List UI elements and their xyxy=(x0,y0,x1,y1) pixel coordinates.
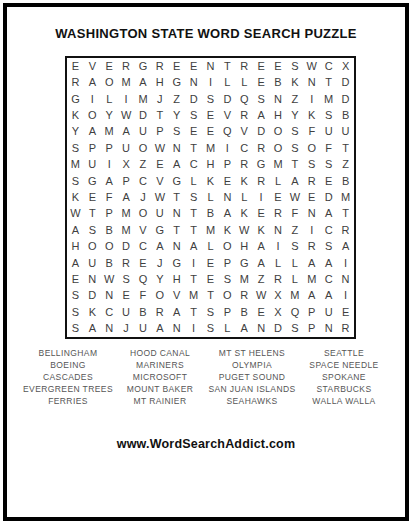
grid-cell[interactable]: E xyxy=(270,58,287,74)
grid-cell[interactable]: Z xyxy=(286,222,303,238)
grid-cell[interactable]: S xyxy=(286,124,303,140)
grid-cell[interactable]: Q xyxy=(135,271,152,287)
grid-cell[interactable]: S xyxy=(168,124,185,140)
grid-cell[interactable]: N xyxy=(337,271,354,287)
grid-cell[interactable]: E xyxy=(185,58,202,74)
grid-cell[interactable]: S xyxy=(202,91,219,107)
grid-cell[interactable]: S xyxy=(286,321,303,337)
grid-cell[interactable]: G xyxy=(168,74,185,90)
grid-cell[interactable]: G xyxy=(151,222,168,238)
grid-cell[interactable]: A xyxy=(168,156,185,172)
grid-cell[interactable]: F xyxy=(303,124,320,140)
grid-cell[interactable]: M xyxy=(337,189,354,205)
grid-cell[interactable]: O xyxy=(219,239,236,255)
grid-cell[interactable]: U xyxy=(118,140,135,156)
grid-cell[interactable]: V xyxy=(151,173,168,189)
grid-cell[interactable]: H xyxy=(202,156,219,172)
grid-cell[interactable]: M xyxy=(118,222,135,238)
grid-cell[interactable]: T xyxy=(185,206,202,222)
grid-cell[interactable]: M xyxy=(67,156,84,172)
grid-cell[interactable]: T xyxy=(337,140,354,156)
grid-cell[interactable]: P xyxy=(151,124,168,140)
grid-cell[interactable]: C xyxy=(185,156,202,172)
grid-cell[interactable]: A xyxy=(303,288,320,304)
grid-cell[interactable]: G xyxy=(168,255,185,271)
grid-cell[interactable]: R xyxy=(236,288,253,304)
grid-cell[interactable]: R xyxy=(303,239,320,255)
grid-cell[interactable]: R xyxy=(253,140,270,156)
grid-cell[interactable]: P xyxy=(101,206,118,222)
grid-cell[interactable]: L xyxy=(219,74,236,90)
grid-cell[interactable]: N xyxy=(185,74,202,90)
grid-cell[interactable]: I xyxy=(84,91,101,107)
grid-cell[interactable]: A xyxy=(168,304,185,320)
grid-cell[interactable]: H xyxy=(270,107,287,123)
grid-cell[interactable]: S xyxy=(286,58,303,74)
grid-cell[interactable]: C xyxy=(320,271,337,287)
word-list: BELLINGHAMBOEINGCASCADESEVERGREEN TREESF… xyxy=(22,347,390,407)
grid-cell[interactable]: D xyxy=(270,321,287,337)
word-list-item: MARINERS xyxy=(114,359,206,371)
grid-cell[interactable]: M xyxy=(101,124,118,140)
grid-cell[interactable]: S xyxy=(185,107,202,123)
grid-cell[interactable]: M xyxy=(270,156,287,172)
grid-cell[interactable]: K xyxy=(253,222,270,238)
grid-cell[interactable]: M xyxy=(118,74,135,90)
grid-cell[interactable]: P xyxy=(84,140,101,156)
grid-cell[interactable]: N xyxy=(219,189,236,205)
grid-cell[interactable]: A xyxy=(84,124,101,140)
grid-cell[interactable]: S xyxy=(320,156,337,172)
grid-cell[interactable]: P xyxy=(219,156,236,172)
grid-cell[interactable]: M xyxy=(135,91,152,107)
grid-cell[interactable]: S xyxy=(202,321,219,337)
grid-cell[interactable]: O xyxy=(135,140,152,156)
grid-cell[interactable]: Z xyxy=(135,156,152,172)
grid-cell[interactable]: G xyxy=(84,173,101,189)
grid-cell[interactable]: U xyxy=(135,124,152,140)
grid-cell[interactable]: P xyxy=(303,304,320,320)
grid-cell[interactable]: J xyxy=(151,91,168,107)
grid-cell[interactable]: N xyxy=(101,288,118,304)
grid-cell[interactable]: O xyxy=(270,124,287,140)
grid-cell[interactable]: X xyxy=(270,288,287,304)
grid-cell[interactable]: R xyxy=(151,304,168,320)
grid-cell[interactable]: F xyxy=(286,206,303,222)
grid-cell[interactable]: K xyxy=(67,107,84,123)
grid-cell[interactable]: H xyxy=(168,271,185,287)
grid-cell[interactable]: Q xyxy=(219,124,236,140)
grid-cell[interactable]: M xyxy=(320,91,337,107)
grid-cell[interactable]: O xyxy=(270,140,287,156)
grid-cell[interactable]: I xyxy=(185,321,202,337)
grid-cell[interactable]: I xyxy=(185,255,202,271)
grid-cell[interactable]: A xyxy=(151,321,168,337)
grid-cell[interactable]: A xyxy=(118,124,135,140)
grid-cell[interactable]: R xyxy=(236,107,253,123)
grid-cell[interactable]: W xyxy=(67,206,84,222)
grid-cell[interactable]: C xyxy=(320,58,337,74)
grid-cell[interactable]: S xyxy=(303,156,320,172)
grid-cell[interactable]: R xyxy=(236,156,253,172)
grid-cell[interactable]: O xyxy=(84,107,101,123)
grid-cell[interactable]: F xyxy=(135,288,152,304)
grid-cell[interactable]: Y xyxy=(286,107,303,123)
grid-cell[interactable]: R xyxy=(118,58,135,74)
grid-cell[interactable]: X xyxy=(118,156,135,172)
grid-cell[interactable]: M xyxy=(286,288,303,304)
grid-cell[interactable]: Q xyxy=(286,304,303,320)
grid-cell[interactable]: T xyxy=(320,74,337,90)
grid-cell[interactable]: B xyxy=(202,206,219,222)
grid-cell[interactable]: E xyxy=(303,189,320,205)
grid-cell[interactable]: K xyxy=(236,206,253,222)
grid-cell[interactable]: W xyxy=(303,58,320,74)
grid-cell[interactable]: Z xyxy=(253,271,270,287)
grid-cell[interactable]: T xyxy=(219,58,236,74)
grid-cell[interactable]: O xyxy=(151,288,168,304)
grid-cell[interactable]: O xyxy=(101,74,118,90)
grid-cell[interactable]: W xyxy=(151,140,168,156)
grid-cell[interactable]: V xyxy=(168,288,185,304)
grid-cell[interactable]: R xyxy=(270,271,287,287)
grid-cell[interactable]: N xyxy=(168,239,185,255)
puzzle-page: WASHINGTON STATE WORD SEARCH PUZZLE EVER… xyxy=(0,0,412,530)
grid-cell[interactable]: E xyxy=(253,74,270,90)
grid-cell[interactable]: V xyxy=(236,124,253,140)
grid-cell[interactable]: I xyxy=(202,74,219,90)
grid-cell[interactable]: P xyxy=(219,304,236,320)
grid-cell[interactable]: N xyxy=(270,91,287,107)
grid-cell[interactable]: Y xyxy=(101,107,118,123)
grid-cell[interactable]: K xyxy=(84,304,101,320)
grid-cell[interactable]: S xyxy=(286,239,303,255)
grid-cell[interactable]: J xyxy=(118,321,135,337)
grid-cell[interactable]: B xyxy=(337,107,354,123)
grid-cell[interactable]: W xyxy=(151,189,168,205)
grid-cell[interactable]: U xyxy=(337,124,354,140)
grid-cell[interactable]: S xyxy=(84,222,101,238)
grid-cell[interactable]: N xyxy=(84,271,101,287)
grid-cell[interactable]: P xyxy=(101,140,118,156)
grid-cell[interactable]: S xyxy=(67,288,84,304)
grid-cell[interactable]: L xyxy=(286,271,303,287)
grid-cell[interactable]: N xyxy=(303,74,320,90)
grid-cell[interactable]: S xyxy=(320,239,337,255)
grid-cell[interactable]: F xyxy=(101,189,118,205)
grid-cell[interactable]: L xyxy=(219,321,236,337)
grid-cell[interactable]: T xyxy=(185,304,202,320)
page-title: WASHINGTON STATE WORD SEARCH PUZZLE xyxy=(0,26,412,41)
grid-cell[interactable]: E xyxy=(168,58,185,74)
grid-cell[interactable]: S xyxy=(67,321,84,337)
word-list-item: SPACE NEEDLE xyxy=(298,359,390,371)
grid-cell[interactable]: T xyxy=(185,222,202,238)
grid-cell[interactable]: N xyxy=(270,222,287,238)
grid-cell[interactable]: S xyxy=(118,271,135,287)
grid-cell[interactable]: T xyxy=(202,288,219,304)
grid-cell[interactable]: T xyxy=(185,140,202,156)
grid-cell[interactable]: G xyxy=(236,255,253,271)
grid-cell[interactable]: K xyxy=(286,74,303,90)
grid-cell[interactable]: N xyxy=(168,321,185,337)
grid-cell[interactable]: S xyxy=(67,304,84,320)
grid-cell[interactable]: L xyxy=(185,173,202,189)
grid-cell[interactable]: D xyxy=(219,91,236,107)
grid-cell[interactable]: A xyxy=(337,239,354,255)
grid-cell[interactable]: U xyxy=(84,255,101,271)
grid-cell[interactable]: W xyxy=(253,288,270,304)
grid-cell[interactable]: F xyxy=(320,140,337,156)
grid-cell[interactable]: L xyxy=(202,189,219,205)
grid-cell[interactable]: C xyxy=(135,239,152,255)
grid-cell[interactable]: H xyxy=(151,74,168,90)
grid-cell[interactable]: W xyxy=(286,189,303,205)
grid-cell[interactable]: V xyxy=(219,107,236,123)
grid-cell[interactable]: A xyxy=(236,321,253,337)
grid-cell[interactable]: A xyxy=(84,321,101,337)
grid-cell[interactable]: S xyxy=(286,140,303,156)
grid-cell[interactable]: M xyxy=(202,222,219,238)
grid-cell[interactable]: Q xyxy=(236,91,253,107)
grid-cell[interactable]: E xyxy=(118,288,135,304)
grid-cell[interactable]: R xyxy=(118,255,135,271)
grid-cell[interactable]: V xyxy=(135,222,152,238)
grid-cell[interactable]: E xyxy=(253,304,270,320)
grid-cell[interactable]: N xyxy=(320,321,337,337)
grid-cell[interactable]: D xyxy=(84,288,101,304)
grid-cell[interactable]: A xyxy=(320,255,337,271)
grid-cell[interactable]: C xyxy=(101,304,118,320)
grid-cell[interactable]: A xyxy=(253,107,270,123)
grid-cell[interactable]: T xyxy=(151,107,168,123)
grid-cell[interactable]: G xyxy=(67,91,84,107)
grid-cell[interactable]: E xyxy=(185,124,202,140)
word-list-column: HOOD CANALMARINERSMICROSOFTMOUNT BAKERMT… xyxy=(114,347,206,407)
grid-cell[interactable]: R xyxy=(253,173,270,189)
grid-cell[interactable]: U xyxy=(151,206,168,222)
grid-cell[interactable]: U xyxy=(84,156,101,172)
grid-cell[interactable]: S xyxy=(320,107,337,123)
word-list-item: SAN JUAN ISLANDS xyxy=(206,383,298,395)
grid-cell[interactable]: T xyxy=(185,271,202,287)
grid-cell[interactable]: I xyxy=(118,91,135,107)
grid-cell[interactable]: D xyxy=(253,124,270,140)
grid-cell[interactable]: S xyxy=(219,271,236,287)
grid-cell[interactable]: D xyxy=(118,239,135,255)
grid-cell[interactable]: W xyxy=(118,107,135,123)
grid-cell[interactable]: R xyxy=(151,58,168,74)
grid-cell[interactable]: Y xyxy=(67,124,84,140)
grid-cell[interactable]: V xyxy=(84,58,101,74)
grid-cell[interactable]: N xyxy=(253,321,270,337)
grid-cell[interactable]: O xyxy=(219,288,236,304)
grid-cell[interactable]: A xyxy=(219,206,236,222)
grid-cell[interactable]: A xyxy=(185,239,202,255)
grid-cell[interactable]: R xyxy=(337,222,354,238)
grid-cell[interactable]: E xyxy=(320,173,337,189)
grid-cell[interactable]: Z xyxy=(168,91,185,107)
grid-cell[interactable]: A xyxy=(101,173,118,189)
grid-cell[interactable]: P xyxy=(303,321,320,337)
grid-cell[interactable]: R xyxy=(337,321,354,337)
grid-cell[interactable]: E xyxy=(101,58,118,74)
grid-cell[interactable]: R xyxy=(270,206,287,222)
grid-cell[interactable]: Y xyxy=(168,107,185,123)
grid-cell[interactable]: N xyxy=(101,321,118,337)
grid-cell[interactable]: H xyxy=(67,239,84,255)
grid-cell[interactable]: E xyxy=(202,271,219,287)
grid-cell[interactable]: U xyxy=(135,321,152,337)
grid-cell[interactable]: Z xyxy=(286,91,303,107)
grid-cell[interactable]: B xyxy=(270,74,287,90)
grid-cell[interactable]: U xyxy=(320,124,337,140)
grid-cell[interactable]: D xyxy=(135,107,152,123)
grid-cell[interactable]: A xyxy=(84,74,101,90)
grid-cell[interactable]: L xyxy=(270,255,287,271)
word-list-item: MT RAINIER xyxy=(114,395,206,407)
grid-cell[interactable]: J xyxy=(135,189,152,205)
grid-cell[interactable]: K xyxy=(219,222,236,238)
grid-cell[interactable]: T xyxy=(168,189,185,205)
grid-cell[interactable]: L xyxy=(202,239,219,255)
grid-cell[interactable]: Z xyxy=(337,156,354,172)
grid-cell[interactable]: N xyxy=(202,58,219,74)
grid-cell[interactable]: S xyxy=(202,304,219,320)
grid-cell[interactable]: E xyxy=(219,173,236,189)
grid-cell[interactable]: L xyxy=(286,255,303,271)
grid-cell[interactable]: E xyxy=(337,304,354,320)
grid-cell[interactable]: B xyxy=(236,304,253,320)
grid-cell[interactable]: K xyxy=(202,173,219,189)
grid-cell[interactable]: G xyxy=(253,156,270,172)
grid-cell[interactable]: D xyxy=(320,189,337,205)
grid-cell[interactable]: A xyxy=(320,206,337,222)
grid-cell[interactable]: G xyxy=(135,58,152,74)
grid-cell[interactable]: T xyxy=(168,222,185,238)
grid-cell[interactable]: S xyxy=(253,91,270,107)
grid-cell[interactable]: L xyxy=(270,173,287,189)
grid-cell[interactable]: Y xyxy=(151,271,168,287)
grid-cell[interactable]: E xyxy=(67,271,84,287)
grid-cell[interactable]: E xyxy=(67,58,84,74)
grid-cell[interactable]: D xyxy=(337,91,354,107)
grid-cell[interactable]: A xyxy=(286,173,303,189)
grid-cell[interactable]: M xyxy=(202,140,219,156)
grid-cell[interactable]: A xyxy=(135,74,152,90)
grid-cell[interactable]: C xyxy=(320,222,337,238)
grid-cell[interactable]: E xyxy=(135,255,152,271)
grid-cell[interactable]: C xyxy=(135,173,152,189)
grid-cell[interactable]: E xyxy=(84,189,101,205)
grid-cell[interactable]: R xyxy=(67,74,84,90)
grid-cell[interactable]: A xyxy=(320,288,337,304)
grid-cell[interactable]: E xyxy=(270,189,287,205)
grid-cell[interactable]: I xyxy=(303,222,320,238)
grid-cell[interactable]: D xyxy=(337,74,354,90)
grid-cell[interactable]: G xyxy=(168,173,185,189)
grid-cell[interactable]: A xyxy=(253,239,270,255)
grid-cell[interactable]: A xyxy=(303,255,320,271)
grid-cell[interactable]: M xyxy=(118,206,135,222)
grid-cell[interactable]: O xyxy=(303,140,320,156)
grid-cell[interactable]: A xyxy=(67,255,84,271)
grid-cell[interactable]: K xyxy=(236,173,253,189)
grid-cell[interactable]: H xyxy=(236,239,253,255)
grid-cell[interactable]: P xyxy=(118,173,135,189)
grid-cell[interactable]: A xyxy=(118,189,135,205)
grid-cell[interactable]: N xyxy=(168,206,185,222)
grid-cell[interactable]: I xyxy=(337,288,354,304)
word-list-item: HOOD CANAL xyxy=(114,347,206,359)
grid-cell[interactable]: W xyxy=(236,222,253,238)
grid-cell[interactable]: S xyxy=(185,189,202,205)
grid-cell[interactable]: T xyxy=(286,156,303,172)
grid-cell[interactable]: X xyxy=(337,58,354,74)
grid-cell[interactable]: N xyxy=(303,206,320,222)
grid-cell[interactable]: M xyxy=(303,271,320,287)
grid-cell[interactable]: B xyxy=(101,222,118,238)
grid-cell[interactable]: P xyxy=(219,255,236,271)
grid-cell[interactable]: L xyxy=(236,189,253,205)
grid-cell[interactable]: E xyxy=(202,124,219,140)
grid-cell[interactable]: E xyxy=(253,206,270,222)
grid-cell[interactable]: M xyxy=(236,271,253,287)
grid-cell[interactable]: D xyxy=(185,91,202,107)
grid-cell[interactable]: K xyxy=(303,107,320,123)
grid-cell[interactable]: B xyxy=(135,304,152,320)
grid-cell[interactable]: T xyxy=(84,206,101,222)
grid-cell[interactable]: I xyxy=(270,239,287,255)
grid-cell[interactable]: O xyxy=(84,239,101,255)
grid-cell[interactable]: U xyxy=(320,304,337,320)
grid-cell[interactable]: R xyxy=(236,58,253,74)
grid-cell[interactable]: S xyxy=(67,173,84,189)
grid-cell[interactable]: L xyxy=(101,91,118,107)
grid-cell[interactable]: E xyxy=(151,156,168,172)
grid-cell[interactable]: A xyxy=(151,239,168,255)
grid-cell[interactable]: T xyxy=(337,206,354,222)
grid-cell[interactable]: B xyxy=(337,173,354,189)
grid-cell[interactable]: K xyxy=(67,189,84,205)
grid-cell[interactable]: N xyxy=(168,140,185,156)
grid-cell[interactable]: I xyxy=(253,189,270,205)
grid-cell[interactable]: W xyxy=(101,271,118,287)
footer-url: www.WordSearchAddict.com xyxy=(0,437,412,451)
grid-cell[interactable]: E xyxy=(202,255,219,271)
grid-cell[interactable]: I xyxy=(219,140,236,156)
grid-cell[interactable]: M xyxy=(185,288,202,304)
grid-cell[interactable]: E xyxy=(202,107,219,123)
grid-cell[interactable]: O xyxy=(101,239,118,255)
grid-cell[interactable]: R xyxy=(303,173,320,189)
grid-cell[interactable]: E xyxy=(253,58,270,74)
grid-cell[interactable]: I xyxy=(303,91,320,107)
grid-cell[interactable]: O xyxy=(135,206,152,222)
grid-cell[interactable]: B xyxy=(101,255,118,271)
grid-cell[interactable]: I xyxy=(337,255,354,271)
word-list-item: WALLA WALLA xyxy=(298,395,390,407)
grid-cell[interactable]: C xyxy=(236,140,253,156)
grid-cell[interactable]: L xyxy=(236,74,253,90)
grid-cell[interactable]: I xyxy=(101,156,118,172)
grid-cell[interactable]: U xyxy=(118,304,135,320)
grid-cell[interactable]: A xyxy=(67,222,84,238)
grid-cell[interactable]: X xyxy=(270,304,287,320)
grid-cell[interactable]: J xyxy=(151,255,168,271)
grid-cell[interactable]: A xyxy=(253,255,270,271)
grid-cell[interactable]: S xyxy=(67,140,84,156)
